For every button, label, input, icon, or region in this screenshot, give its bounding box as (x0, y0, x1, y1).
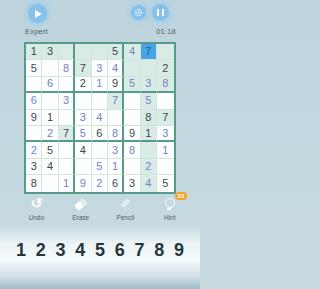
sudoku-cell-r6c6[interactable]: 8 (108, 126, 124, 142)
sudoku-cell-r1c5[interactable] (92, 44, 108, 60)
sudoku-cell-r3c7[interactable]: 5 (124, 77, 140, 93)
sudoku-cell-r9c3[interactable]: 1 (59, 175, 75, 191)
pencil-label: Pencil (116, 214, 134, 221)
sudoku-cell-r2c8[interactable] (141, 60, 157, 76)
sudoku-cell-r2c4[interactable]: 7 (75, 60, 91, 76)
sudoku-cell-r7c3[interactable] (59, 142, 75, 158)
keypad-6[interactable]: 6 (112, 240, 128, 261)
timer: 01:18 (156, 27, 176, 36)
keypad-4[interactable]: 4 (72, 240, 88, 261)
sudoku-cell-r6c7[interactable]: 9 (124, 126, 140, 142)
pause-button[interactable] (152, 4, 169, 21)
hint-label: Hint (164, 214, 176, 221)
sudoku-cell-r5c3[interactable] (59, 110, 75, 126)
sudoku-cell-r2c2[interactable] (42, 60, 58, 76)
lightbulb-icon (165, 198, 175, 208)
sudoku-cell-r1c7[interactable]: 4 (124, 44, 140, 60)
subheader: Expert 01:18 (25, 27, 176, 36)
sudoku-cell-r3c3[interactable] (59, 77, 75, 93)
sudoku-cell-r8c9[interactable] (157, 159, 173, 175)
sudoku-cell-r1c1[interactable]: 1 (26, 44, 42, 60)
sudoku-cell-r6c3[interactable]: 7 (59, 126, 75, 142)
sudoku-cell-r3c6[interactable]: 9 (108, 77, 124, 93)
sudoku-cell-r5c1[interactable]: 9 (26, 110, 42, 126)
sudoku-cell-r8c4[interactable] (75, 159, 91, 175)
sudoku-cell-r4c2[interactable] (42, 93, 58, 109)
eraser-icon (74, 198, 88, 211)
keypad-9[interactable]: 9 (171, 240, 187, 261)
sudoku-cell-r8c8[interactable]: 2 (141, 159, 157, 175)
keypad-7[interactable]: 7 (132, 240, 148, 261)
pencil-icon: ✎ (120, 197, 130, 211)
hint-button[interactable]: 33 Hint (148, 197, 193, 221)
sudoku-cell-r5c4[interactable]: 3 (75, 110, 91, 126)
sudoku-cell-r4c1[interactable]: 6 (26, 93, 42, 109)
sudoku-cell-r9c8[interactable]: 4 (141, 175, 157, 191)
sudoku-cell-r6c2[interactable]: 2 (42, 126, 58, 142)
sudoku-cell-r3c2[interactable]: 6 (42, 77, 58, 93)
sudoku-cell-r7c8[interactable] (141, 142, 157, 158)
sudoku-cell-r1c6[interactable]: 5 (108, 44, 124, 60)
keypad-2[interactable]: 2 (33, 240, 49, 261)
sudoku-cell-r4c4[interactable] (75, 93, 91, 109)
sudoku-cell-r3c9[interactable]: 8 (157, 77, 173, 93)
sudoku-cell-r6c1[interactable] (26, 126, 42, 142)
sudoku-cell-r4c3[interactable]: 3 (59, 93, 75, 109)
sudoku-cell-r2c7[interactable] (124, 60, 140, 76)
sudoku-cell-r6c9[interactable]: 3 (157, 126, 173, 142)
gear-icon (134, 8, 143, 17)
pencil-button[interactable]: ✎ Pencil (103, 197, 148, 221)
toolbar: ↺ Undo Erase ✎ Pencil 33 Hint (14, 197, 192, 221)
sudoku-cell-r7c6[interactable]: 3 (108, 142, 124, 158)
undo-icon: ↺ (30, 195, 42, 211)
sudoku-cell-r8c6[interactable]: 1 (108, 159, 124, 175)
hint-badge: 33 (175, 192, 187, 200)
sudoku-cell-r3c8[interactable]: 3 (141, 77, 157, 93)
sudoku-cell-r1c9[interactable] (157, 44, 173, 60)
sudoku-cell-r9c5[interactable]: 2 (92, 175, 108, 191)
sudoku-cell-r8c2[interactable]: 4 (42, 159, 58, 175)
sudoku-cell-r2c9[interactable]: 2 (157, 60, 173, 76)
play-button[interactable] (28, 4, 47, 23)
pause-icon (157, 9, 159, 16)
sudoku-cell-r4c7[interactable] (124, 93, 140, 109)
sudoku-cell-r7c1[interactable]: 2 (26, 142, 42, 158)
settings-button[interactable] (131, 5, 146, 20)
sudoku-cell-r3c4[interactable]: 2 (75, 77, 91, 93)
sudoku-cell-r1c3[interactable] (59, 44, 75, 60)
sudoku-cell-r1c8[interactable]: 7 (141, 44, 157, 60)
keypad: 123456789 (13, 240, 187, 261)
sudoku-cell-r9c2[interactable] (42, 175, 58, 191)
sudoku-cell-r5c5[interactable]: 4 (92, 110, 108, 126)
erase-button[interactable]: Erase (59, 197, 104, 221)
play-icon (35, 10, 42, 18)
difficulty-label: Expert (25, 27, 48, 36)
sudoku-cell-r1c4[interactable] (75, 44, 91, 60)
sudoku-cell-r2c5[interactable]: 3 (92, 60, 108, 76)
sudoku-cell-r6c8[interactable]: 1 (141, 126, 157, 142)
undo-label: Undo (28, 214, 44, 221)
sudoku-cell-r5c7[interactable] (124, 110, 140, 126)
sudoku-cell-r7c2[interactable]: 5 (42, 142, 58, 158)
sudoku-cell-r5c8[interactable]: 8 (141, 110, 157, 126)
keypad-3[interactable]: 3 (53, 240, 69, 261)
sudoku-cell-r5c6[interactable] (108, 110, 124, 126)
sudoku-cell-r7c7[interactable]: 8 (124, 142, 140, 158)
undo-button[interactable]: ↺ Undo (14, 197, 59, 221)
sudoku-cell-r8c7[interactable] (124, 159, 140, 175)
sudoku-cell-r4c9[interactable] (157, 93, 173, 109)
sudoku-cell-r6c4[interactable]: 5 (75, 126, 91, 142)
sudoku-cell-r9c6[interactable]: 6 (108, 175, 124, 191)
sudoku-cell-r4c8[interactable]: 5 (141, 93, 157, 109)
sudoku-cell-r4c5[interactable] (92, 93, 108, 109)
sudoku-board: 1354758734262195386375913487275689132543… (24, 42, 176, 194)
sudoku-cell-r9c4[interactable]: 9 (75, 175, 91, 191)
sudoku-cell-r8c3[interactable] (59, 159, 75, 175)
sudoku-cell-r7c9[interactable]: 1 (157, 142, 173, 158)
sudoku-cell-r5c2[interactable]: 1 (42, 110, 58, 126)
sudoku-cell-r1c2[interactable]: 3 (42, 44, 58, 60)
sudoku-cell-r9c9[interactable]: 5 (157, 175, 173, 191)
keypad-5[interactable]: 5 (92, 240, 108, 261)
sudoku-cell-r9c7[interactable]: 3 (124, 175, 140, 191)
sudoku-cell-r6c5[interactable]: 6 (92, 126, 108, 142)
pause-icon-bar2 (162, 9, 164, 16)
erase-label: Erase (72, 214, 89, 221)
sudoku-cell-r8c1[interactable]: 3 (26, 159, 42, 175)
sudoku-cell-r2c3[interactable]: 8 (59, 60, 75, 76)
keypad-1[interactable]: 1 (13, 240, 29, 261)
sudoku-cell-r2c6[interactable]: 4 (108, 60, 124, 76)
sudoku-cell-r3c1[interactable] (26, 77, 42, 93)
sudoku-cell-r2c1[interactable]: 5 (26, 60, 42, 76)
sudoku-cell-r5c9[interactable]: 7 (157, 110, 173, 126)
sudoku-cell-r7c5[interactable] (92, 142, 108, 158)
sudoku-cell-r7c4[interactable]: 4 (75, 142, 91, 158)
sudoku-cell-r9c1[interactable]: 8 (26, 175, 42, 191)
keypad-8[interactable]: 8 (151, 240, 167, 261)
sudoku-cell-r3c5[interactable]: 1 (92, 77, 108, 93)
sudoku-cell-r4c6[interactable]: 7 (108, 93, 124, 109)
sudoku-cell-r8c5[interactable]: 5 (92, 159, 108, 175)
